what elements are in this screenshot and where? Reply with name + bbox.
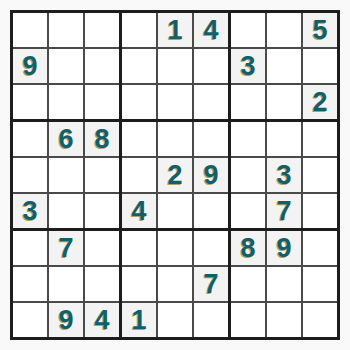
cell-r5c9[interactable] <box>303 158 337 192</box>
cell-r8c8[interactable] <box>267 267 301 301</box>
cell-r8c1[interactable] <box>13 267 47 301</box>
cell-r5c3[interactable] <box>85 158 119 192</box>
cell-r8c6[interactable]: 7 <box>194 267 228 301</box>
box-r1c2: 14 <box>122 13 228 119</box>
cell-r4c6[interactable] <box>194 122 228 156</box>
box-r3c1: 794 <box>13 231 119 337</box>
cell-r7c4[interactable] <box>122 231 156 265</box>
cell-r3c4[interactable] <box>122 85 156 119</box>
cell-r1c1[interactable] <box>13 13 47 47</box>
cell-r6c6[interactable] <box>194 194 228 228</box>
cell-r4c2[interactable]: 6 <box>49 122 83 156</box>
box-r2c2: 294 <box>122 122 228 228</box>
cell-r9c5[interactable] <box>158 303 192 337</box>
cell-r5c1[interactable] <box>13 158 47 192</box>
cell-r4c1[interactable] <box>13 122 47 156</box>
cell-r3c7[interactable] <box>231 85 265 119</box>
cell-r4c9[interactable] <box>303 122 337 156</box>
cell-r8c3[interactable] <box>85 267 119 301</box>
box-r2c3: 37 <box>231 122 337 228</box>
cell-r2c6[interactable] <box>194 49 228 83</box>
cell-r9c2[interactable]: 9 <box>49 303 83 337</box>
cell-r2c3[interactable] <box>85 49 119 83</box>
cell-r9c7[interactable] <box>231 303 265 337</box>
cell-r3c3[interactable] <box>85 85 119 119</box>
cell-r5c6[interactable]: 9 <box>194 158 228 192</box>
cell-r8c2[interactable] <box>49 267 83 301</box>
cell-r3c5[interactable] <box>158 85 192 119</box>
cell-r7c7[interactable]: 8 <box>231 231 265 265</box>
cell-r6c5[interactable] <box>158 194 192 228</box>
cell-r9c4[interactable]: 1 <box>122 303 156 337</box>
cell-r6c2[interactable] <box>49 194 83 228</box>
cell-r6c7[interactable] <box>231 194 265 228</box>
cell-r4c3[interactable]: 8 <box>85 122 119 156</box>
cell-r7c9[interactable] <box>303 231 337 265</box>
box-r3c3: 89 <box>231 231 337 337</box>
cell-r9c6[interactable] <box>194 303 228 337</box>
cell-r7c5[interactable] <box>158 231 192 265</box>
cell-r9c1[interactable] <box>13 303 47 337</box>
cell-r2c2[interactable] <box>49 49 83 83</box>
cell-r3c8[interactable] <box>267 85 301 119</box>
cell-r6c9[interactable] <box>303 194 337 228</box>
box-r2c1: 683 <box>13 122 119 228</box>
box-r3c2: 71 <box>122 231 228 337</box>
cell-r4c4[interactable] <box>122 122 156 156</box>
cell-r6c1[interactable]: 3 <box>13 194 47 228</box>
cell-r1c2[interactable] <box>49 13 83 47</box>
cell-r9c9[interactable] <box>303 303 337 337</box>
cell-r2c1[interactable]: 9 <box>13 49 47 83</box>
cell-r3c2[interactable] <box>49 85 83 119</box>
cell-r8c7[interactable] <box>231 267 265 301</box>
cell-r4c7[interactable] <box>231 122 265 156</box>
cell-r1c3[interactable] <box>85 13 119 47</box>
sudoku-page: 914532683294377947189 <box>0 0 350 350</box>
cell-r2c4[interactable] <box>122 49 156 83</box>
cell-r7c2[interactable]: 7 <box>49 231 83 265</box>
cell-r1c4[interactable] <box>122 13 156 47</box>
cell-r5c2[interactable] <box>49 158 83 192</box>
cell-r1c6[interactable]: 4 <box>194 13 228 47</box>
cell-r5c4[interactable] <box>122 158 156 192</box>
cell-r7c6[interactable] <box>194 231 228 265</box>
cell-r8c5[interactable] <box>158 267 192 301</box>
cell-r5c5[interactable]: 2 <box>158 158 192 192</box>
box-r1c1: 9 <box>13 13 119 119</box>
cell-r4c5[interactable] <box>158 122 192 156</box>
cell-r2c5[interactable] <box>158 49 192 83</box>
cell-r1c8[interactable] <box>267 13 301 47</box>
cell-r2c9[interactable] <box>303 49 337 83</box>
sudoku-board: 914532683294377947189 <box>10 10 340 340</box>
cell-r8c4[interactable] <box>122 267 156 301</box>
cell-r7c8[interactable]: 9 <box>267 231 301 265</box>
cell-r6c4[interactable]: 4 <box>122 194 156 228</box>
cell-r1c5[interactable]: 1 <box>158 13 192 47</box>
cell-r9c8[interactable] <box>267 303 301 337</box>
cell-r5c7[interactable] <box>231 158 265 192</box>
cell-r3c1[interactable] <box>13 85 47 119</box>
cell-r2c7[interactable]: 3 <box>231 49 265 83</box>
cell-r6c3[interactable] <box>85 194 119 228</box>
cell-r3c6[interactable] <box>194 85 228 119</box>
cell-r8c9[interactable] <box>303 267 337 301</box>
box-r1c3: 532 <box>231 13 337 119</box>
cell-r1c9[interactable]: 5 <box>303 13 337 47</box>
cell-r7c3[interactable] <box>85 231 119 265</box>
cell-r7c1[interactable] <box>13 231 47 265</box>
cell-r1c7[interactable] <box>231 13 265 47</box>
cell-r6c8[interactable]: 7 <box>267 194 301 228</box>
cell-r2c8[interactable] <box>267 49 301 83</box>
cell-r4c8[interactable] <box>267 122 301 156</box>
cell-r5c8[interactable]: 3 <box>267 158 301 192</box>
cell-r9c3[interactable]: 4 <box>85 303 119 337</box>
cell-r3c9[interactable]: 2 <box>303 85 337 119</box>
